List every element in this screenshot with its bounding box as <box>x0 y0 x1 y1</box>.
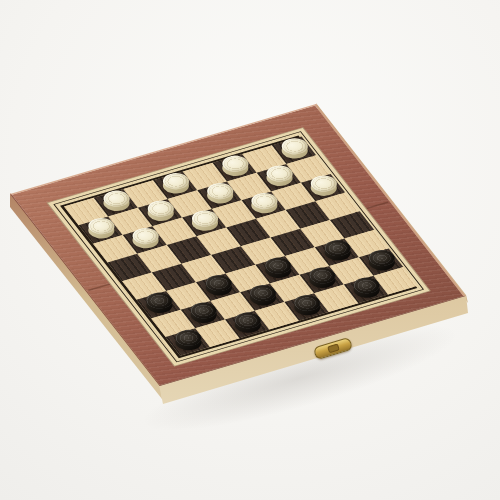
product-photo-scene <box>0 0 500 500</box>
clasp-slot <box>327 344 340 354</box>
board-inner-line <box>60 135 417 358</box>
board-grid <box>64 137 418 356</box>
